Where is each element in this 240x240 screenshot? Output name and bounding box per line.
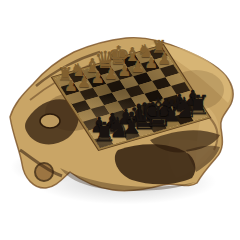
wood-knot-left — [40, 114, 60, 128]
product-photo-chess-set: ♜♞♝♛♚♝♞♜♟♟♟♟♟♟♟♟♟♟♟♟♟♟♟♟♜♞♝♛♚♝♞♜ — [0, 0, 240, 240]
